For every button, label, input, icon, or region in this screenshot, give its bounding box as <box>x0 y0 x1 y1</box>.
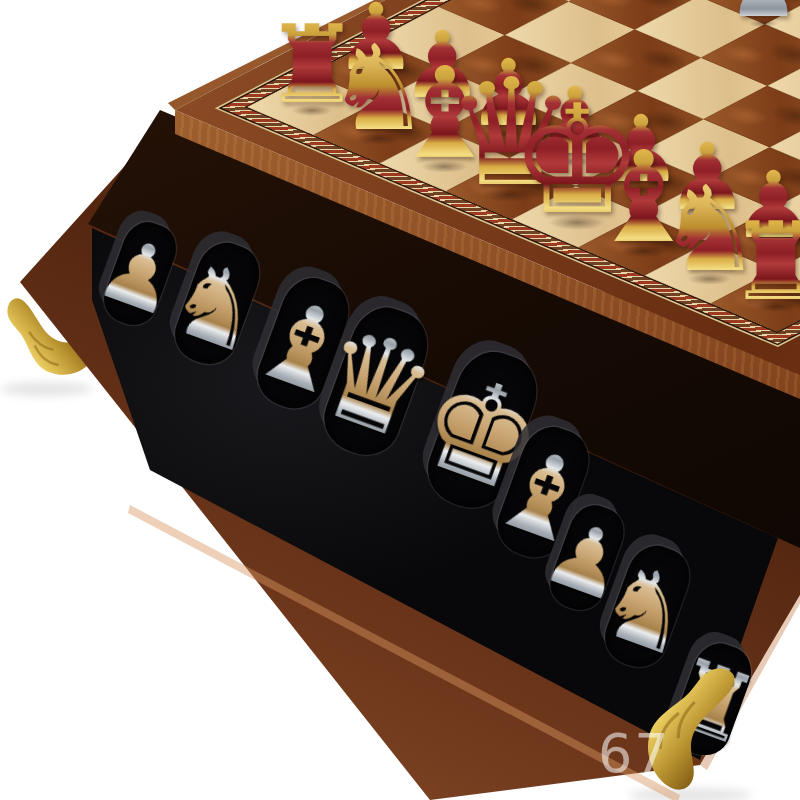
photo-watermark: 67 <box>598 722 671 785</box>
chess-set-photo: ♟♞♝♛♚♝♟♞♜ ♜♞♝♛♚♝♞♜♟♟♟♟♟♟♟♟♟ 67 <box>0 0 800 800</box>
